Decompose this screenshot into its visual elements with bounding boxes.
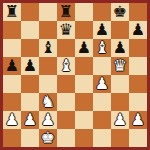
square-b1[interactable] [21, 129, 39, 147]
piece-white-pawn[interactable]: ♟ [23, 111, 37, 129]
square-f4[interactable]: ♟ [93, 75, 111, 93]
square-a8[interactable]: ♜ [3, 3, 21, 21]
square-c8[interactable] [39, 3, 57, 21]
square-c7[interactable] [39, 21, 57, 39]
square-b8[interactable] [21, 3, 39, 21]
square-a6[interactable] [3, 39, 21, 57]
square-h2[interactable]: ♟ [129, 111, 147, 129]
square-c3[interactable]: ♞ [39, 93, 57, 111]
square-h8[interactable] [129, 3, 147, 21]
square-f1[interactable] [93, 129, 111, 147]
piece-black-pawn[interactable]: ♟ [113, 39, 127, 57]
piece-white-pawn[interactable]: ♟ [5, 111, 19, 129]
piece-white-pawn[interactable]: ♟ [131, 111, 145, 129]
piece-black-pawn[interactable]: ♟ [131, 21, 145, 39]
square-h4[interactable] [129, 75, 147, 93]
piece-white-queen[interactable]: ♛ [113, 57, 127, 75]
square-d6[interactable] [57, 39, 75, 57]
square-e6[interactable]: ♟ [75, 39, 93, 57]
square-a2[interactable]: ♟ [3, 111, 21, 129]
square-f7[interactable]: ♟ [93, 21, 111, 39]
square-a3[interactable] [3, 93, 21, 111]
square-d5[interactable]: ♝ [57, 57, 75, 75]
square-h5[interactable] [129, 57, 147, 75]
square-g1[interactable] [111, 129, 129, 147]
square-c1[interactable]: ♚ [39, 129, 57, 147]
square-b7[interactable] [21, 21, 39, 39]
square-b3[interactable] [21, 93, 39, 111]
square-b5[interactable]: ♟ [21, 57, 39, 75]
square-f2[interactable] [93, 111, 111, 129]
square-d3[interactable] [57, 93, 75, 111]
square-g2[interactable]: ♟ [111, 111, 129, 129]
square-b6[interactable] [21, 39, 39, 57]
piece-black-pawn[interactable]: ♟ [23, 57, 37, 75]
square-e5[interactable] [75, 57, 93, 75]
square-d7[interactable]: ♛ [57, 21, 75, 39]
square-d2[interactable] [57, 111, 75, 129]
square-g8[interactable]: ♚ [111, 3, 129, 21]
square-d8[interactable]: ♜ [57, 3, 75, 21]
square-c6[interactable]: ♝ [39, 39, 57, 57]
square-g7[interactable] [111, 21, 129, 39]
square-c4[interactable] [39, 75, 57, 93]
piece-white-bishop[interactable]: ♝ [59, 57, 73, 75]
piece-white-pawn[interactable]: ♟ [95, 75, 109, 93]
piece-white-pawn[interactable]: ♟ [41, 111, 55, 129]
square-c2[interactable]: ♟ [39, 111, 57, 129]
square-g6[interactable]: ♟ [111, 39, 129, 57]
board-frame: ♜♜♚♛♟♟♝♟♝♟♟♟♝♛♟♞♟♟♟♟♟♚ [0, 0, 150, 150]
square-h7[interactable]: ♟ [129, 21, 147, 39]
square-a7[interactable] [3, 21, 21, 39]
square-a1[interactable] [3, 129, 21, 147]
piece-black-pawn[interactable]: ♟ [5, 57, 19, 75]
square-b2[interactable]: ♟ [21, 111, 39, 129]
square-d4[interactable] [57, 75, 75, 93]
square-g4[interactable] [111, 75, 129, 93]
piece-black-king[interactable]: ♚ [113, 3, 127, 21]
square-f3[interactable] [93, 93, 111, 111]
square-e8[interactable] [75, 3, 93, 21]
piece-black-bishop[interactable]: ♝ [41, 39, 55, 57]
square-b4[interactable] [21, 75, 39, 93]
square-a5[interactable]: ♟ [3, 57, 21, 75]
piece-white-pawn[interactable]: ♟ [113, 111, 127, 129]
square-e3[interactable] [75, 93, 93, 111]
square-e4[interactable] [75, 75, 93, 93]
square-d1[interactable] [57, 129, 75, 147]
square-f6[interactable]: ♝ [93, 39, 111, 57]
square-g3[interactable] [111, 93, 129, 111]
square-e2[interactable] [75, 111, 93, 129]
piece-white-bishop[interactable]: ♝ [95, 39, 109, 57]
piece-black-rook[interactable]: ♜ [59, 3, 73, 21]
square-e1[interactable] [75, 129, 93, 147]
square-h3[interactable] [129, 93, 147, 111]
square-a4[interactable] [3, 75, 21, 93]
square-h6[interactable] [129, 39, 147, 57]
square-f5[interactable] [93, 57, 111, 75]
chess-board: ♜♜♚♛♟♟♝♟♝♟♟♟♝♛♟♞♟♟♟♟♟♚ [3, 3, 147, 147]
piece-black-pawn[interactable]: ♟ [95, 21, 109, 39]
piece-white-knight[interactable]: ♞ [41, 93, 55, 111]
square-c5[interactable] [39, 57, 57, 75]
piece-black-rook[interactable]: ♜ [5, 3, 19, 21]
square-f8[interactable] [93, 3, 111, 21]
piece-black-queen[interactable]: ♛ [59, 21, 73, 39]
square-e7[interactable] [75, 21, 93, 39]
square-h1[interactable] [129, 129, 147, 147]
square-g5[interactable]: ♛ [111, 57, 129, 75]
piece-black-pawn[interactable]: ♟ [77, 39, 91, 57]
piece-white-king[interactable]: ♚ [41, 129, 55, 147]
